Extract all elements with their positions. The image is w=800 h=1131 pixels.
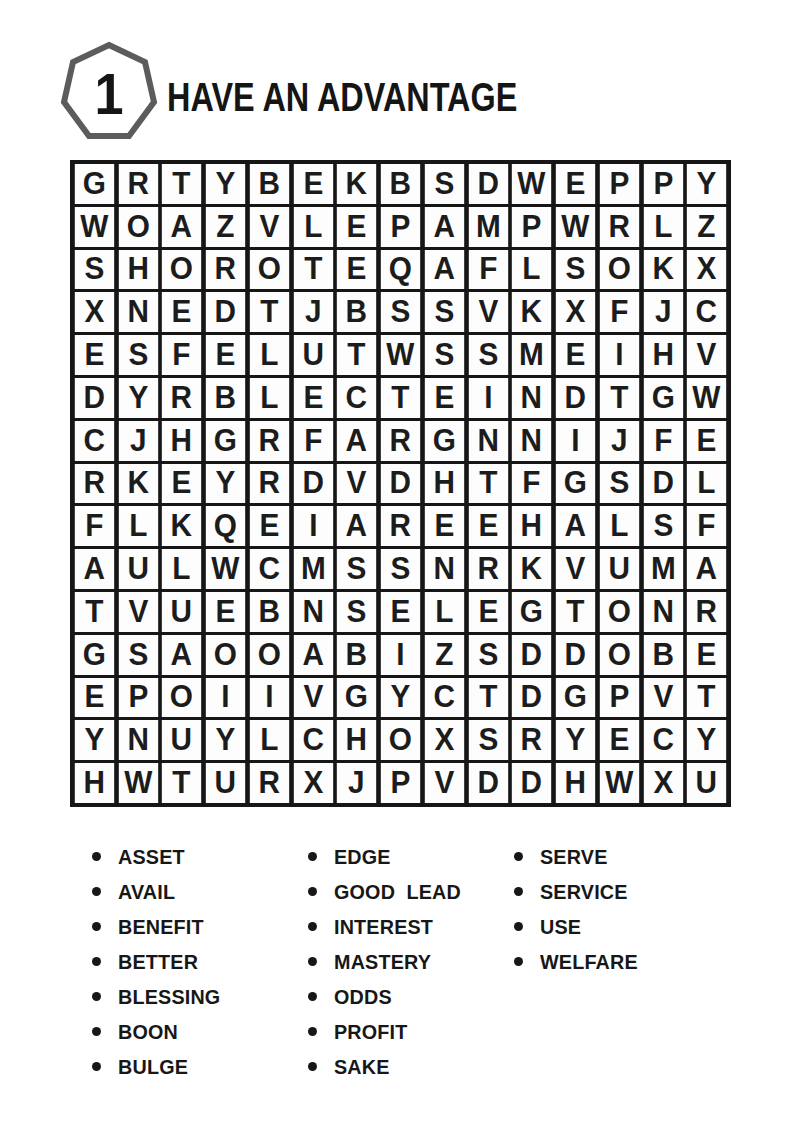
bullet-icon [92, 957, 101, 966]
grid-cell: S [337, 549, 376, 589]
grid-cell: V [250, 207, 289, 247]
grid-cell: A [75, 549, 114, 589]
grid-cell: S [556, 250, 595, 290]
grid-cell: S [381, 549, 420, 589]
grid-cell: E [162, 292, 201, 332]
grid-cell: W [119, 763, 158, 803]
puzzle-number-badge: 1 [58, 40, 160, 142]
page-title: HAVE AN ADVANTAGE [167, 74, 517, 121]
word-label: ODDS [334, 985, 392, 1009]
grid-cell: S [600, 464, 639, 504]
grid-cell: D [512, 678, 551, 718]
grid-cell: E [556, 335, 595, 375]
word-list-item: EDGE [308, 839, 469, 874]
grid-cell: E [206, 335, 245, 375]
grid-cell: F [468, 250, 507, 290]
grid-cell: V [556, 549, 595, 589]
word-list-item: SAKE [308, 1049, 469, 1084]
word-list-item: GOOD LEAD [308, 874, 469, 909]
grid-cell: J [600, 421, 639, 461]
grid-cell: X [293, 763, 332, 803]
grid-cell: E [468, 592, 507, 632]
grid-cell: E [425, 506, 464, 546]
grid-cell: L [119, 506, 158, 546]
grid-cell: T [162, 763, 201, 803]
grid-cell: S [468, 635, 507, 675]
bullet-icon [92, 887, 101, 896]
grid-cell: E [293, 164, 332, 204]
grid-cell: S [425, 292, 464, 332]
grid-cell: T [250, 292, 289, 332]
word-label: EDGE [334, 845, 391, 869]
grid-cell: G [556, 464, 595, 504]
grid-cell: R [468, 549, 507, 589]
grid-cell: T [687, 678, 726, 718]
grid-cell: C [425, 678, 464, 718]
grid-cell: B [337, 292, 376, 332]
grid-cell: D [468, 763, 507, 803]
grid-cell: O [250, 635, 289, 675]
grid-cell: T [293, 250, 332, 290]
grid-cell: U [687, 763, 726, 803]
grid-cell: E [600, 720, 639, 760]
grid-cell: R [250, 464, 289, 504]
grid-cell: M [512, 335, 551, 375]
grid-cell: O [162, 250, 201, 290]
grid-cell: O [250, 250, 289, 290]
grid-cell: B [250, 592, 289, 632]
grid-cell: B [337, 635, 376, 675]
grid-cell: K [512, 549, 551, 589]
grid-cell: J [643, 292, 682, 332]
grid-cell: V [643, 678, 682, 718]
bullet-icon [514, 887, 523, 896]
word-list-column-3: SERVESERVICEUSEWELFARE [514, 839, 644, 979]
grid-cell: S [643, 506, 682, 546]
grid-cell: A [337, 421, 376, 461]
grid-cell: D [468, 164, 507, 204]
grid-cell: P [119, 678, 158, 718]
grid-cell: I [250, 678, 289, 718]
word-label: WELFARE [540, 950, 638, 974]
grid-cell: E [381, 592, 420, 632]
grid-cell: N [293, 592, 332, 632]
grid-cell: F [643, 421, 682, 461]
grid-cell: B [381, 164, 420, 204]
grid-cell: D [293, 464, 332, 504]
word-label: BLESSING [118, 985, 220, 1009]
grid-cell: D [206, 292, 245, 332]
word-list-item: MASTERY [308, 944, 469, 979]
word-list-column-1: ASSETAVAILBENEFITBETTERBLESSINGBOONBULGE [92, 839, 227, 1084]
grid-cell: X [556, 292, 595, 332]
grid-cell: M [293, 549, 332, 589]
grid-cell: N [512, 421, 551, 461]
grid-cell: A [337, 506, 376, 546]
bullet-icon [308, 1027, 317, 1036]
grid-cell: Y [119, 378, 158, 418]
grid-cell: O [162, 678, 201, 718]
word-label: BULGE [118, 1055, 188, 1079]
grid-cell: R [206, 250, 245, 290]
grid-cell: F [512, 464, 551, 504]
grid-cell: Y [687, 164, 726, 204]
grid-cell: W [75, 207, 114, 247]
grid-cell: R [600, 207, 639, 247]
grid-cell: O [206, 635, 245, 675]
word-list-item: USE [514, 909, 644, 944]
grid-cell: E [687, 421, 726, 461]
grid-cell: O [600, 635, 639, 675]
grid-cell: Y [556, 720, 595, 760]
grid-cell: S [468, 335, 507, 375]
grid-cell: W [206, 549, 245, 589]
grid-cell: R [512, 720, 551, 760]
word-list-item: BENEFIT [92, 909, 227, 944]
grid-cell: W [600, 763, 639, 803]
grid-cell: S [119, 635, 158, 675]
grid-cell: B [643, 635, 682, 675]
puzzle-number: 1 [63, 50, 155, 136]
grid-cell: N [119, 720, 158, 760]
grid-cell: E [337, 250, 376, 290]
grid-cell: Y [381, 678, 420, 718]
word-list-item: BETTER [92, 944, 227, 979]
grid-cell: H [119, 250, 158, 290]
grid-cell: D [381, 464, 420, 504]
word-label: GOOD LEAD [334, 880, 461, 904]
word-label: BETTER [118, 950, 198, 974]
bullet-icon [92, 1027, 101, 1036]
grid-cell: G [512, 592, 551, 632]
grid-cell: P [512, 207, 551, 247]
grid-cell: N [643, 592, 682, 632]
bullet-icon [92, 922, 101, 931]
grid-cell: W [381, 335, 420, 375]
grid-cell: G [337, 678, 376, 718]
word-label: AVAIL [118, 880, 175, 904]
grid-cell: D [512, 635, 551, 675]
grid-cell: S [337, 592, 376, 632]
grid-cell: O [600, 592, 639, 632]
grid-cell: I [381, 635, 420, 675]
grid-cell: J [337, 763, 376, 803]
word-label: USE [540, 915, 581, 939]
word-list-item: ASSET [92, 839, 227, 874]
grid-cell: M [468, 207, 507, 247]
grid-cell: Y [75, 720, 114, 760]
grid-cell: T [337, 335, 376, 375]
grid-cell: N [119, 292, 158, 332]
grid-cell: P [381, 763, 420, 803]
word-label: BENEFIT [118, 915, 204, 939]
grid-cell: E [250, 506, 289, 546]
grid-cell: O [600, 250, 639, 290]
grid-cell: H [162, 421, 201, 461]
grid-cell: X [687, 250, 726, 290]
grid-cell: S [119, 335, 158, 375]
bullet-icon [92, 992, 101, 1001]
grid-cell: A [162, 635, 201, 675]
grid-cell: A [293, 635, 332, 675]
grid-cell: F [687, 506, 726, 546]
grid-cell: Z [206, 207, 245, 247]
grid-cell: K [337, 164, 376, 204]
grid-cell: V [425, 763, 464, 803]
grid-cell: E [162, 464, 201, 504]
grid-cell: H [337, 720, 376, 760]
grid-cell: V [468, 292, 507, 332]
grid-cell: N [468, 421, 507, 461]
grid-cell: P [643, 164, 682, 204]
grid-cell: O [119, 207, 158, 247]
grid-cell: Y [206, 720, 245, 760]
bullet-icon [514, 852, 523, 861]
grid-cell: E [293, 378, 332, 418]
grid-cell: D [643, 464, 682, 504]
grid-cell: I [600, 335, 639, 375]
grid-cell: H [425, 464, 464, 504]
word-list-item: INTEREST [308, 909, 469, 944]
grid-cell: C [293, 720, 332, 760]
grid-cell: V [119, 592, 158, 632]
grid-cell: U [293, 335, 332, 375]
grid-cell: H [512, 506, 551, 546]
grid-cell: Y [206, 464, 245, 504]
bullet-icon [308, 1062, 317, 1071]
word-label: MASTERY [334, 950, 431, 974]
grid-cell: Q [206, 506, 245, 546]
word-label: SERVICE [540, 880, 628, 904]
grid-cell: C [687, 292, 726, 332]
bullet-icon [308, 852, 317, 861]
grid-cell: W [556, 207, 595, 247]
grid-cell: R [381, 421, 420, 461]
grid-cell: A [162, 207, 201, 247]
word-list-item: BOON [92, 1014, 227, 1049]
grid-cell: N [425, 549, 464, 589]
word-list-item: BULGE [92, 1049, 227, 1084]
bullet-icon [92, 852, 101, 861]
grid-cell: T [600, 378, 639, 418]
grid-cell: L [250, 720, 289, 760]
grid-cell: E [337, 207, 376, 247]
grid-cell: B [206, 378, 245, 418]
grid-cell: R [75, 464, 114, 504]
page-root: 1 HAVE AN ADVANTAGE GRTYBEKBSDWEPPYWOAZV… [0, 0, 800, 1131]
grid-cell: Y [687, 720, 726, 760]
grid-cell: J [293, 292, 332, 332]
grid-cell: A [687, 549, 726, 589]
word-label: INTEREST [334, 915, 433, 939]
grid-cell: H [643, 335, 682, 375]
grid-cell: A [556, 506, 595, 546]
grid-cell: E [468, 506, 507, 546]
grid-cell: P [381, 207, 420, 247]
grid-cell: I [293, 506, 332, 546]
grid-cell: T [162, 164, 201, 204]
grid-cell: G [75, 164, 114, 204]
bullet-icon [308, 887, 317, 896]
grid-cell: X [425, 720, 464, 760]
grid-cell: U [206, 763, 245, 803]
grid-cell: T [468, 464, 507, 504]
grid-cell: Z [425, 635, 464, 675]
word-label: SAKE [334, 1055, 390, 1079]
grid-cell: E [425, 378, 464, 418]
grid-cell: T [75, 592, 114, 632]
word-list-item: AVAIL [92, 874, 227, 909]
grid-cell: J [119, 421, 158, 461]
grid-cell: T [381, 378, 420, 418]
grid-cell: A [425, 250, 464, 290]
grid-cell: X [643, 763, 682, 803]
grid-cell: D [556, 378, 595, 418]
grid-cell: K [119, 464, 158, 504]
grid-cell: X [75, 292, 114, 332]
grid-cell: V [337, 464, 376, 504]
grid-cell: E [75, 335, 114, 375]
word-label: ASSET [118, 845, 185, 869]
grid-cell: H [556, 763, 595, 803]
grid-cell: L [425, 592, 464, 632]
grid-cell: G [556, 678, 595, 718]
grid-cell: L [250, 335, 289, 375]
grid-cell: U [600, 549, 639, 589]
word-list-item: BLESSING [92, 979, 227, 1014]
grid-cell: K [512, 292, 551, 332]
grid-cell: R [119, 164, 158, 204]
grid-cell: S [75, 250, 114, 290]
grid-cell: F [75, 506, 114, 546]
bullet-icon [514, 922, 523, 931]
grid-cell: C [250, 549, 289, 589]
grid-cell: R [250, 763, 289, 803]
grid-cell: F [600, 292, 639, 332]
grid-cell: S [381, 292, 420, 332]
grid-cell: D [75, 378, 114, 418]
word-list-item: ODDS [308, 979, 469, 1014]
grid-cell: U [162, 720, 201, 760]
grid-cell: C [337, 378, 376, 418]
grid-cell: G [643, 378, 682, 418]
grid-cell: U [162, 592, 201, 632]
bullet-icon [308, 957, 317, 966]
grid-cell: L [162, 549, 201, 589]
grid-cell: E [206, 592, 245, 632]
grid-cell: Q [381, 250, 420, 290]
grid-cell: K [162, 506, 201, 546]
grid-cell: L [643, 207, 682, 247]
grid-cell: E [687, 635, 726, 675]
grid-cell: E [75, 678, 114, 718]
letter-grid: GRTYBEKBSDWEPPYWOAZVLEPAMPWRLZSHOROTEQAF… [70, 160, 731, 807]
grid-cell: L [293, 207, 332, 247]
grid-cell: I [468, 378, 507, 418]
grid-cell: O [381, 720, 420, 760]
grid-cell: S [425, 164, 464, 204]
grid-cell: K [643, 250, 682, 290]
word-label: BOON [118, 1020, 178, 1044]
grid-cell: T [468, 678, 507, 718]
grid-cell: R [250, 421, 289, 461]
grid-cell: I [556, 421, 595, 461]
word-list-item: WELFARE [514, 944, 644, 979]
grid-cell: F [293, 421, 332, 461]
bullet-icon [308, 922, 317, 931]
grid-cell: W [512, 164, 551, 204]
grid-cell: L [600, 506, 639, 546]
grid-cell: H [75, 763, 114, 803]
grid-cell: S [425, 335, 464, 375]
grid-cell: V [687, 335, 726, 375]
grid-cell: M [643, 549, 682, 589]
grid-cell: Y [206, 164, 245, 204]
grid-cell: L [512, 250, 551, 290]
grid-cell: B [250, 164, 289, 204]
grid-cell: L [250, 378, 289, 418]
grid-cell: R [381, 506, 420, 546]
grid-cell: V [293, 678, 332, 718]
word-label: SERVE [540, 845, 608, 869]
word-label: PROFIT [334, 1020, 408, 1044]
grid-cell: W [687, 378, 726, 418]
bullet-icon [514, 957, 523, 966]
grid-cell: G [425, 421, 464, 461]
grid-cell: D [556, 635, 595, 675]
grid-cell: G [206, 421, 245, 461]
grid-cell: L [687, 464, 726, 504]
grid-cell: F [162, 335, 201, 375]
word-list-item: SERVICE [514, 874, 644, 909]
grid-cell: T [556, 592, 595, 632]
grid-cell: D [512, 763, 551, 803]
grid-cell: R [687, 592, 726, 632]
grid-cell: C [75, 421, 114, 461]
grid-cell: U [119, 549, 158, 589]
grid-cell: S [468, 720, 507, 760]
word-list-item: SERVE [514, 839, 644, 874]
grid-cell: G [75, 635, 114, 675]
word-list-item: PROFIT [308, 1014, 469, 1049]
bullet-icon [308, 992, 317, 1001]
grid-cell: R [162, 378, 201, 418]
bullet-icon [92, 1062, 101, 1071]
grid-cell: E [556, 164, 595, 204]
grid-cell: P [600, 164, 639, 204]
grid-cell: N [512, 378, 551, 418]
grid-cell: Z [687, 207, 726, 247]
grid-cell: A [425, 207, 464, 247]
word-list-column-2: EDGEGOOD LEADINTERESTMASTERYODDSPROFITSA… [308, 839, 469, 1084]
grid-cell: P [600, 678, 639, 718]
grid-cell: I [206, 678, 245, 718]
grid-cell: C [643, 720, 682, 760]
